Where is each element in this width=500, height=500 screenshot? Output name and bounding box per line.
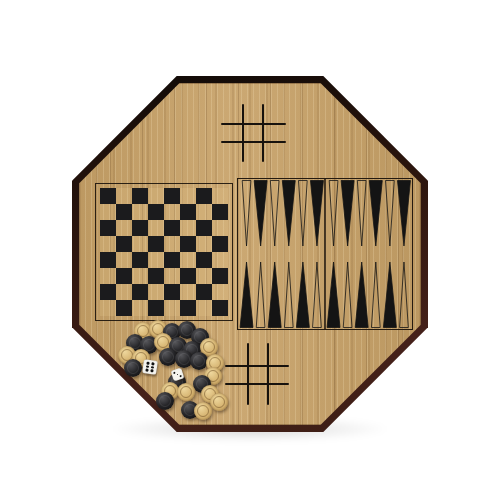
die-pip	[179, 374, 181, 376]
die-pip	[152, 363, 155, 366]
die-pip	[147, 362, 150, 365]
die-pip	[151, 369, 154, 372]
die-pip	[146, 369, 149, 372]
checker-piece-dark[interactable]	[156, 392, 174, 410]
die-showing-6[interactable]	[142, 359, 158, 375]
checker-piece-dark[interactable]	[124, 359, 142, 377]
checkers-pile	[72, 76, 428, 432]
checker-piece-light[interactable]	[177, 383, 195, 401]
checker-piece-light[interactable]	[194, 402, 212, 420]
die-pip	[172, 371, 174, 373]
photo-background	[0, 0, 500, 500]
die-showing-3[interactable]	[170, 367, 184, 381]
checker-piece-light[interactable]	[210, 393, 228, 411]
die-pip	[176, 373, 178, 375]
octagon-game-board	[72, 76, 428, 432]
